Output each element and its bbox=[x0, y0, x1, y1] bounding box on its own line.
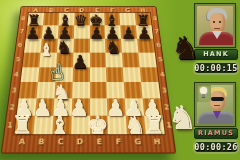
black-knight-icon: ♞ bbox=[171, 32, 200, 64]
square-a4[interactable] bbox=[21, 67, 40, 82]
file-label-g-top: G bbox=[125, 8, 131, 13]
square-c6[interactable] bbox=[57, 38, 74, 52]
game-screen: AABBCCDDEEFFGGHH8877665544332211 ♜♝♛♚♝♜♟… bbox=[0, 0, 240, 160]
avatar-riamus bbox=[195, 83, 235, 126]
square-d7[interactable] bbox=[74, 25, 90, 38]
square-d3[interactable] bbox=[72, 82, 90, 98]
avatar-hank bbox=[195, 4, 235, 47]
player-card-white: RIAMUS 00:00:26 bbox=[193, 83, 239, 154]
rank-label-7-left: 7 bbox=[19, 29, 24, 34]
square-c4[interactable] bbox=[55, 67, 73, 82]
eye bbox=[219, 21, 221, 23]
rank-label-7-right: 7 bbox=[154, 29, 159, 34]
square-d8[interactable] bbox=[74, 13, 90, 26]
square-b4[interactable] bbox=[38, 67, 56, 82]
mouth bbox=[214, 28, 220, 29]
square-h5[interactable] bbox=[138, 52, 156, 67]
rank-label-8-left: 8 bbox=[21, 16, 26, 21]
mouth bbox=[214, 105, 220, 106]
square-b3[interactable] bbox=[36, 82, 55, 98]
square-e6[interactable] bbox=[89, 38, 105, 52]
file-label-a-top: A bbox=[33, 8, 38, 13]
rank-label-5-right: 5 bbox=[158, 56, 164, 62]
square-h7[interactable] bbox=[136, 25, 153, 38]
rank-label-5-left: 5 bbox=[16, 56, 22, 62]
square-a2[interactable] bbox=[17, 99, 37, 116]
square-b6[interactable] bbox=[40, 38, 57, 52]
file-label-b-top: B bbox=[49, 8, 54, 13]
square-a5[interactable] bbox=[22, 52, 40, 67]
square-c3[interactable] bbox=[54, 82, 72, 98]
thinking-indicator bbox=[196, 84, 211, 102]
player-name-white: RIAMUS bbox=[194, 128, 238, 139]
player-name-black: HANK bbox=[194, 49, 238, 60]
file-label-b-bottom: B bbox=[38, 139, 45, 147]
square-f1[interactable] bbox=[108, 116, 127, 134]
square-h4[interactable] bbox=[140, 67, 159, 82]
file-label-f-top: F bbox=[110, 8, 115, 13]
square-e7[interactable] bbox=[89, 25, 105, 38]
square-g1[interactable] bbox=[126, 116, 146, 134]
square-f7[interactable] bbox=[105, 25, 121, 38]
square-d1[interactable] bbox=[71, 116, 90, 134]
square-h2[interactable] bbox=[143, 99, 163, 116]
rank-label-4-right: 4 bbox=[160, 71, 166, 77]
square-a3[interactable] bbox=[19, 82, 38, 98]
square-h3[interactable] bbox=[141, 82, 160, 98]
riamus-face bbox=[210, 91, 225, 111]
square-b1[interactable] bbox=[33, 116, 53, 134]
square-b2[interactable] bbox=[35, 99, 54, 116]
square-c5[interactable] bbox=[56, 52, 73, 67]
rank-label-8-right: 8 bbox=[153, 16, 158, 21]
square-c8[interactable] bbox=[58, 13, 74, 26]
square-a6[interactable] bbox=[24, 38, 42, 52]
square-f8[interactable] bbox=[105, 13, 121, 26]
square-e3[interactable] bbox=[90, 82, 108, 98]
square-e4[interactable] bbox=[89, 67, 106, 82]
rank-label-2-left: 2 bbox=[9, 104, 15, 111]
square-b5[interactable] bbox=[39, 52, 57, 67]
square-g5[interactable] bbox=[122, 52, 140, 67]
rank-label-6-right: 6 bbox=[156, 42, 161, 48]
board-frame: AABBCCDDEEFFGGHH8877665544332211 bbox=[1, 6, 177, 153]
rank-label-4-left: 4 bbox=[14, 71, 20, 77]
file-label-h-bottom: H bbox=[154, 139, 161, 147]
rank-label-3-right: 3 bbox=[162, 87, 168, 94]
square-h1[interactable] bbox=[144, 116, 164, 134]
square-f2[interactable] bbox=[107, 99, 126, 116]
square-d2[interactable] bbox=[71, 99, 89, 116]
square-h8[interactable] bbox=[135, 13, 152, 26]
square-g3[interactable] bbox=[124, 82, 143, 98]
file-label-e-bottom: E bbox=[97, 139, 103, 147]
square-g6[interactable] bbox=[121, 38, 138, 52]
square-f4[interactable] bbox=[106, 67, 124, 82]
file-label-h-top: H bbox=[140, 8, 146, 13]
square-f5[interactable] bbox=[106, 52, 123, 67]
chess-board[interactable] bbox=[13, 12, 166, 135]
square-e8[interactable] bbox=[89, 13, 105, 26]
square-e1[interactable] bbox=[90, 116, 109, 134]
square-a7[interactable] bbox=[26, 25, 43, 38]
eye bbox=[213, 21, 215, 23]
square-c1[interactable] bbox=[52, 116, 71, 134]
square-g8[interactable] bbox=[120, 13, 136, 26]
square-g2[interactable] bbox=[125, 99, 144, 116]
file-label-a-bottom: A bbox=[19, 139, 26, 147]
file-label-g-bottom: G bbox=[134, 139, 141, 147]
hank-face bbox=[210, 13, 225, 33]
white-knight-icon: ♞ bbox=[168, 101, 198, 134]
square-h6[interactable] bbox=[137, 38, 155, 52]
lightbulb-base bbox=[202, 94, 205, 98]
square-e2[interactable] bbox=[90, 99, 108, 116]
file-label-d-bottom: D bbox=[77, 139, 84, 147]
rank-label-6-left: 6 bbox=[17, 42, 22, 48]
rank-label-3-left: 3 bbox=[11, 87, 17, 94]
square-a1[interactable] bbox=[15, 116, 35, 134]
clock-white: 00:00:26 bbox=[193, 140, 239, 154]
file-label-c-top: C bbox=[64, 8, 69, 13]
square-d6[interactable] bbox=[73, 38, 89, 52]
file-label-f-bottom: F bbox=[116, 139, 122, 147]
square-g4[interactable] bbox=[123, 67, 141, 82]
square-d4[interactable] bbox=[72, 67, 89, 82]
square-b7[interactable] bbox=[42, 25, 59, 38]
square-c2[interactable] bbox=[53, 99, 72, 116]
square-f6[interactable] bbox=[105, 38, 122, 52]
square-f3[interactable] bbox=[107, 82, 125, 98]
file-label-c-bottom: C bbox=[58, 139, 64, 147]
rank-label-1-left: 1 bbox=[7, 122, 13, 130]
square-a8[interactable] bbox=[27, 13, 44, 26]
sunglasses bbox=[211, 97, 224, 101]
square-c7[interactable] bbox=[58, 25, 74, 38]
square-d5[interactable] bbox=[73, 52, 90, 67]
square-e5[interactable] bbox=[89, 52, 106, 67]
lightbulb-icon bbox=[200, 87, 207, 94]
square-b8[interactable] bbox=[43, 13, 59, 26]
square-g7[interactable] bbox=[120, 25, 137, 38]
file-label-e-top: E bbox=[95, 8, 99, 13]
file-label-d-top: D bbox=[79, 8, 84, 13]
